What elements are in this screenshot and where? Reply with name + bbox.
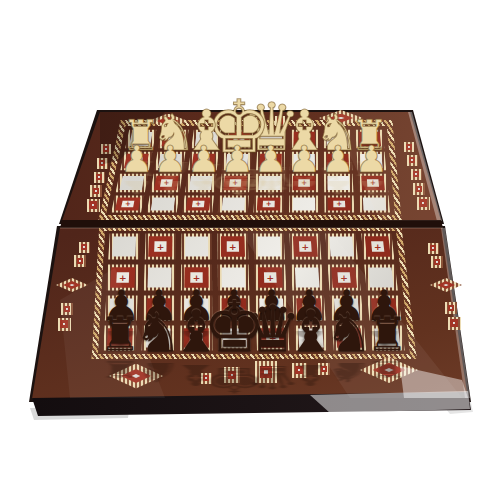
medallion-square	[94, 172, 105, 183]
medallion-layer	[436, 261, 438, 263]
cross-motif-icon: +	[157, 242, 165, 251]
chess-set-photo: ++++++++++++++++++++++++++++++++♜♜♞♞♝♝♛♛…	[0, 0, 500, 500]
medallion-layer	[453, 322, 455, 324]
medallion-square	[428, 243, 439, 254]
medallion-square	[79, 242, 90, 253]
piece-glyph: ♟	[120, 141, 153, 178]
medallion-layer	[432, 247, 434, 249]
medallion-square	[74, 255, 86, 267]
piece-glyph: ♟	[254, 141, 287, 178]
medallion-layer	[83, 246, 85, 248]
medallion-square	[90, 185, 102, 197]
medallion-square	[87, 199, 100, 212]
medallion-square	[431, 256, 443, 268]
medallion-diamond	[430, 278, 462, 292]
cross-motif-icon: +	[336, 201, 342, 208]
piece-glyph: ♟	[355, 141, 388, 178]
piece-glyph: ♟	[187, 141, 220, 178]
medallion-layer	[92, 204, 94, 206]
piece-glyph: ♟	[288, 141, 321, 178]
piece-glyph: ♞	[134, 306, 182, 359]
piece-glyph: ♟	[321, 141, 354, 178]
piece-glyph: ♟	[221, 141, 254, 178]
cross-motif-icon: +	[229, 242, 237, 251]
medallion-layer	[95, 190, 97, 192]
medallion-layer	[450, 307, 452, 309]
medallion-square	[448, 317, 461, 330]
piece-glyph: ♟	[153, 141, 186, 178]
medallion-layer	[79, 260, 81, 262]
cross-motif-icon: +	[125, 201, 131, 208]
piece-glyph: ♜	[99, 311, 140, 357]
cross-motif-icon: +	[195, 201, 201, 208]
medallion-layer	[98, 176, 100, 178]
cross-motif-icon: +	[374, 242, 382, 251]
board-lower-half	[0, 0, 500, 500]
medallion-square	[445, 302, 457, 314]
